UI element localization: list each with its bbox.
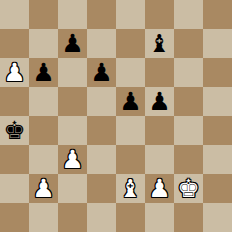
square-g2[interactable]: ♚ <box>174 174 203 203</box>
square-c8[interactable] <box>58 0 87 29</box>
square-f7[interactable]: ♝ <box>145 29 174 58</box>
square-e2[interactable]: ♝ <box>116 174 145 203</box>
square-b1[interactable] <box>29 203 58 232</box>
square-g5[interactable] <box>174 87 203 116</box>
square-c4[interactable] <box>58 116 87 145</box>
square-e5[interactable]: ♟ <box>116 87 145 116</box>
black-king-piece: ♚ <box>3 116 25 145</box>
square-b2[interactable]: ♟ <box>29 174 58 203</box>
square-a5[interactable] <box>0 87 29 116</box>
white-pawn-piece: ♟ <box>148 174 170 203</box>
square-e4[interactable] <box>116 116 145 145</box>
black-bishop-piece: ♝ <box>148 29 170 58</box>
square-h2[interactable] <box>203 174 232 203</box>
square-d2[interactable] <box>87 174 116 203</box>
square-b6[interactable]: ♟ <box>29 58 58 87</box>
square-f8[interactable] <box>145 0 174 29</box>
square-h4[interactable] <box>203 116 232 145</box>
square-b7[interactable] <box>29 29 58 58</box>
square-f2[interactable]: ♟ <box>145 174 174 203</box>
square-a1[interactable] <box>0 203 29 232</box>
square-c5[interactable] <box>58 87 87 116</box>
square-a8[interactable] <box>0 0 29 29</box>
square-d7[interactable] <box>87 29 116 58</box>
square-h7[interactable] <box>203 29 232 58</box>
square-b8[interactable] <box>29 0 58 29</box>
square-g6[interactable] <box>174 58 203 87</box>
black-pawn-piece: ♟ <box>148 87 170 116</box>
square-b5[interactable] <box>29 87 58 116</box>
square-d6[interactable]: ♟ <box>87 58 116 87</box>
square-d1[interactable] <box>87 203 116 232</box>
white-pawn-piece: ♟ <box>3 58 25 87</box>
black-pawn-piece: ♟ <box>32 58 54 87</box>
square-c1[interactable] <box>58 203 87 232</box>
black-pawn-piece: ♟ <box>90 58 112 87</box>
square-h8[interactable] <box>203 0 232 29</box>
square-h3[interactable] <box>203 145 232 174</box>
square-c2[interactable] <box>58 174 87 203</box>
square-e3[interactable] <box>116 145 145 174</box>
square-e6[interactable] <box>116 58 145 87</box>
square-f5[interactable]: ♟ <box>145 87 174 116</box>
white-king-piece: ♚ <box>177 174 199 203</box>
square-d8[interactable] <box>87 0 116 29</box>
square-a3[interactable] <box>0 145 29 174</box>
square-f6[interactable] <box>145 58 174 87</box>
square-a6[interactable]: ♟ <box>0 58 29 87</box>
square-d3[interactable] <box>87 145 116 174</box>
square-f1[interactable] <box>145 203 174 232</box>
square-a4[interactable]: ♚ <box>0 116 29 145</box>
square-c7[interactable]: ♟ <box>58 29 87 58</box>
square-b3[interactable] <box>29 145 58 174</box>
square-b4[interactable] <box>29 116 58 145</box>
square-e8[interactable] <box>116 0 145 29</box>
square-g7[interactable] <box>174 29 203 58</box>
square-a7[interactable] <box>0 29 29 58</box>
square-c3[interactable]: ♟ <box>58 145 87 174</box>
square-f4[interactable] <box>145 116 174 145</box>
black-pawn-piece: ♟ <box>119 87 141 116</box>
chess-board: ♟♝♟♟♟♟♟♚♟♟♝♟♚ <box>0 0 232 232</box>
black-pawn-piece: ♟ <box>61 29 83 58</box>
square-g4[interactable] <box>174 116 203 145</box>
square-g3[interactable] <box>174 145 203 174</box>
square-h6[interactable] <box>203 58 232 87</box>
white-pawn-piece: ♟ <box>32 174 54 203</box>
square-g1[interactable] <box>174 203 203 232</box>
square-e7[interactable] <box>116 29 145 58</box>
square-d5[interactable] <box>87 87 116 116</box>
square-d4[interactable] <box>87 116 116 145</box>
square-f3[interactable] <box>145 145 174 174</box>
square-c6[interactable] <box>58 58 87 87</box>
square-a2[interactable] <box>0 174 29 203</box>
white-pawn-piece: ♟ <box>61 145 83 174</box>
square-e1[interactable] <box>116 203 145 232</box>
square-h1[interactable] <box>203 203 232 232</box>
white-bishop-piece: ♝ <box>119 174 141 203</box>
square-h5[interactable] <box>203 87 232 116</box>
square-g8[interactable] <box>174 0 203 29</box>
